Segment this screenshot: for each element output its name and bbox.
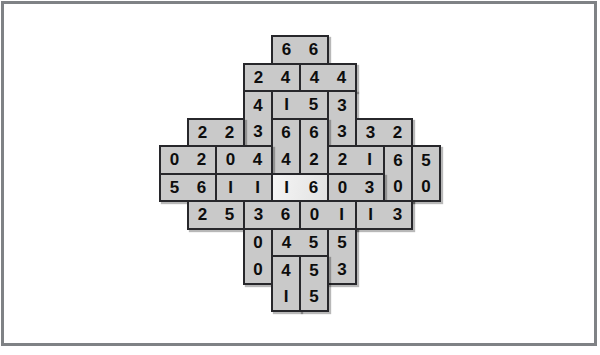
domino-cell: 1 (357, 202, 384, 228)
domino-cell: 3 (329, 256, 355, 283)
domino-cell: 0 (161, 147, 188, 173)
domino-0-1[interactable]: 01 (299, 200, 357, 230)
domino-cell: 3 (356, 175, 383, 201)
domino-4-5[interactable]: 45 (271, 228, 329, 258)
domino-cell: 6 (272, 202, 299, 228)
domino-cell: 3 (329, 92, 355, 119)
domino-4-4[interactable]: 44 (299, 63, 357, 93)
domino-cell: 0 (329, 175, 356, 201)
domino-cell: 5 (216, 202, 243, 228)
domino-cell: 4 (273, 230, 300, 256)
domino-cell: 1 (244, 175, 271, 201)
domino-cell: 5 (300, 230, 327, 256)
domino-cell: 6 (188, 175, 215, 201)
domino-0-3[interactable]: 03 (327, 173, 385, 203)
domino-1-5[interactable]: 15 (271, 90, 329, 120)
puzzle-page: 6624444315332264623202042160505611160325… (0, 0, 600, 355)
domino-6-2[interactable]: 62 (299, 118, 329, 175)
domino-6-0[interactable]: 60 (383, 145, 413, 202)
domino-1-3[interactable]: 13 (355, 200, 413, 230)
domino-cell: 3 (384, 202, 411, 228)
domino-cell: 0 (217, 147, 244, 173)
domino-cell: 2 (301, 146, 327, 173)
domino-5-5[interactable]: 55 (299, 255, 329, 312)
domino-0-4[interactable]: 04 (215, 145, 273, 175)
domino-6-6[interactable]: 66 (271, 35, 329, 65)
domino-cell: 5 (301, 257, 327, 284)
domino-cell: 4 (272, 65, 299, 91)
domino-cell: 6 (273, 37, 300, 63)
domino-cell: 0 (413, 174, 439, 201)
domino-cell: 4 (273, 257, 299, 284)
domino-cell: 5 (329, 230, 355, 257)
domino-1-6[interactable]: 16 (271, 173, 329, 203)
domino-5-0[interactable]: 50 (411, 145, 441, 202)
domino-cell: 1 (217, 175, 244, 201)
domino-4-3[interactable]: 43 (243, 90, 273, 147)
domino-cell: 6 (301, 120, 327, 147)
domino-6-4[interactable]: 64 (271, 118, 301, 175)
domino-2-5[interactable]: 25 (187, 200, 245, 230)
domino-cell: 2 (245, 65, 272, 91)
domino-cell: 3 (245, 119, 271, 146)
domino-cell: 1 (273, 284, 299, 311)
domino-2-1[interactable]: 21 (327, 145, 385, 175)
domino-cell: 3 (245, 202, 272, 228)
domino-cell: 6 (273, 120, 299, 147)
domino-3-2[interactable]: 32 (355, 118, 413, 148)
domino-cell: 6 (300, 37, 327, 63)
domino-cell: 4 (244, 147, 271, 173)
domino-cell: 2 (188, 147, 215, 173)
domino-cell: 5 (413, 147, 439, 174)
domino-cell: 4 (301, 65, 328, 91)
domino-cell: 3 (357, 120, 384, 146)
domino-cell: 0 (385, 174, 411, 201)
domino-cell: 2 (329, 147, 356, 173)
domino-5-6[interactable]: 56 (159, 173, 217, 203)
domino-3-3[interactable]: 33 (327, 90, 357, 147)
domino-5-3[interactable]: 53 (327, 228, 357, 285)
domino-1-1[interactable]: 11 (215, 173, 273, 203)
domino-cell: 4 (273, 146, 299, 173)
domino-cell: 5 (161, 175, 188, 201)
domino-2-2[interactable]: 22 (187, 118, 245, 148)
domino-cell: 2 (189, 120, 216, 146)
domino-cell: 1 (273, 175, 300, 201)
domino-2-4[interactable]: 24 (243, 63, 301, 93)
domino-cell: 0 (245, 230, 271, 257)
domino-3-6[interactable]: 36 (243, 200, 301, 230)
domino-cell: 4 (245, 92, 271, 119)
domino-cell: 1 (273, 92, 300, 118)
domino-0-0[interactable]: 00 (243, 228, 273, 285)
domino-cell: 3 (329, 119, 355, 146)
domino-cell: 6 (385, 147, 411, 174)
domino-cell: 1 (328, 202, 355, 228)
domino-cell: 0 (301, 202, 328, 228)
domino-0-2[interactable]: 02 (159, 145, 217, 175)
domino-cell: 4 (328, 65, 355, 91)
domino-cell: 6 (300, 175, 327, 201)
domino-cell: 5 (301, 284, 327, 311)
domino-cell: 0 (245, 256, 271, 283)
domino-cell: 2 (216, 120, 243, 146)
domino-cell: 1 (356, 147, 383, 173)
domino-cell: 2 (384, 120, 411, 146)
domino-4-1[interactable]: 41 (271, 255, 301, 312)
domino-cell: 2 (189, 202, 216, 228)
domino-cell: 5 (300, 92, 327, 118)
domino-board: 6624444315332264623202042160505611160325… (160, 36, 440, 311)
